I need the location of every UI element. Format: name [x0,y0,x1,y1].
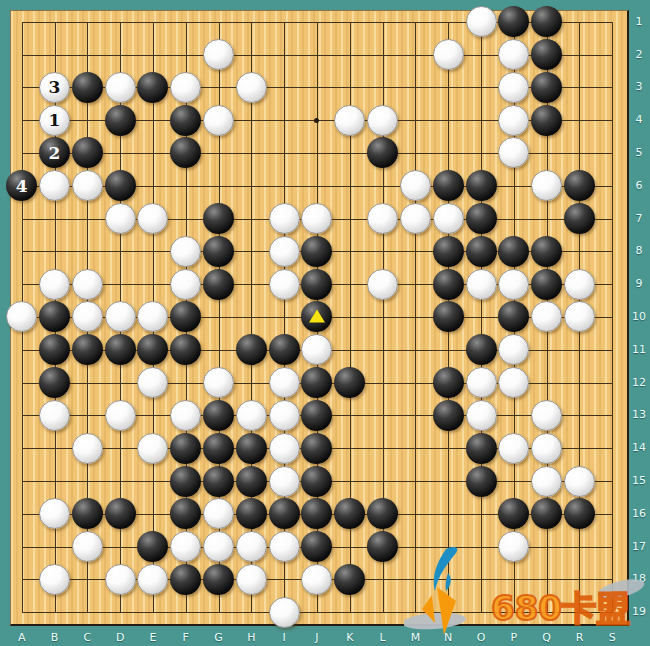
black-stone [433,400,464,431]
black-stone [466,433,497,464]
row-label: 2 [630,48,648,62]
black-stone [498,236,529,267]
column-label: L [375,631,391,645]
column-label: D [112,631,128,645]
white-stone [105,72,136,103]
triangle-marker [309,309,325,322]
black-stone [170,433,201,464]
white-stone [203,105,234,136]
black-stone [236,433,267,464]
white-stone [105,564,136,595]
grid-line-h [22,612,614,613]
white-stone [170,400,201,431]
column-label: B [47,631,63,645]
black-stone [72,334,103,365]
row-label: 1 [630,15,648,29]
black-stone [105,105,136,136]
black-stone [236,466,267,497]
white-stone [170,72,201,103]
black-stone [203,400,234,431]
black-stone [203,203,234,234]
white-stone [269,466,300,497]
white-stone [203,531,234,562]
white-stone [498,105,529,136]
white-stone [39,564,70,595]
row-label: 14 [630,441,648,455]
row-label: 8 [630,244,648,258]
column-label: J [309,631,325,645]
white-stone [236,564,267,595]
white-stone [564,269,595,300]
row-label: 6 [630,179,648,193]
black-stone [531,39,562,70]
white-stone: 1 [39,105,70,136]
column-label: R [571,631,587,645]
black-stone [564,170,595,201]
white-stone [39,400,70,431]
black-stone [170,564,201,595]
column-label: A [14,631,30,645]
white-stone [236,400,267,431]
column-label: C [79,631,95,645]
white-stone [531,466,562,497]
white-stone [236,531,267,562]
white-stone: 3 [39,72,70,103]
white-stone [72,170,103,201]
black-stone [466,334,497,365]
row-label: 5 [630,146,648,160]
black-stone [433,170,464,201]
white-stone [498,72,529,103]
black-stone [236,498,267,529]
white-stone [433,39,464,70]
black-stone [203,466,234,497]
black-stone [203,564,234,595]
white-stone [531,400,562,431]
column-label: Q [539,631,555,645]
white-stone [433,203,464,234]
black-stone [269,498,300,529]
black-stone [433,236,464,267]
row-label: 10 [630,310,648,324]
white-stone [531,433,562,464]
white-stone [269,203,300,234]
black-stone [466,236,497,267]
black-stone [564,203,595,234]
white-stone [498,433,529,464]
white-stone [269,531,300,562]
black-stone [203,269,234,300]
white-stone [269,400,300,431]
black-stone [72,72,103,103]
white-stone [466,367,497,398]
column-label: N [440,631,456,645]
white-stone [137,433,168,464]
row-label: 16 [630,507,648,521]
white-stone [269,433,300,464]
column-label: G [211,631,227,645]
black-stone [531,269,562,300]
black-stone [203,236,234,267]
black-stone [433,269,464,300]
black-stone [170,105,201,136]
grid-line-v [612,22,613,614]
row-label: 18 [630,572,648,586]
white-stone [367,105,398,136]
row-label: 15 [630,474,648,488]
black-stone [301,433,332,464]
row-label: 19 [630,605,648,619]
black-stone [72,498,103,529]
black-stone [105,170,136,201]
black-stone [269,334,300,365]
row-label: 3 [630,80,648,94]
black-stone [531,236,562,267]
white-stone [105,203,136,234]
column-label: M [407,631,423,645]
white-stone [466,269,497,300]
black-stone [531,72,562,103]
white-stone [203,39,234,70]
black-stone [203,433,234,464]
white-stone [39,269,70,300]
white-stone [72,269,103,300]
white-stone [269,236,300,267]
row-label: 9 [630,277,648,291]
grid-line-v [415,22,416,614]
black-stone [105,334,136,365]
black-stone [531,105,562,136]
white-stone [105,400,136,431]
black-stone [301,269,332,300]
white-stone [170,269,201,300]
row-label: 11 [630,343,648,357]
white-stone [564,466,595,497]
black-stone [39,367,70,398]
row-label: 12 [630,376,648,390]
column-label: S [604,631,620,645]
black-stone [301,466,332,497]
black-stone [433,301,464,332]
white-stone [400,203,431,234]
white-stone [72,531,103,562]
column-label: I [276,631,292,645]
black-stone [170,466,201,497]
white-stone [334,105,365,136]
white-stone [105,301,136,332]
black-stone [466,466,497,497]
black-stone [105,498,136,529]
grid-line-v [481,22,482,614]
column-label: H [243,631,259,645]
go-app-frame: ABCDEFGHIJKLMNOPQRS123456789101112131415… [0,0,650,646]
white-stone [269,269,300,300]
white-stone [367,203,398,234]
white-stone [236,72,267,103]
white-stone [269,367,300,398]
column-label: F [178,631,194,645]
row-label: 7 [630,212,648,226]
white-stone [466,6,497,37]
white-stone [269,597,300,628]
black-stone [466,170,497,201]
move-number-label: 3 [40,73,69,102]
white-stone [466,400,497,431]
row-label: 13 [630,408,648,422]
column-label: E [145,631,161,645]
black-stone [433,367,464,398]
black-stone [466,203,497,234]
row-label: 17 [630,540,648,554]
white-stone [72,433,103,464]
white-stone [498,269,529,300]
row-label: 4 [630,113,648,127]
move-number-label: 1 [40,106,69,135]
column-label: P [506,631,522,645]
column-label: O [473,631,489,645]
column-label: K [342,631,358,645]
white-stone [170,236,201,267]
white-stone [367,269,398,300]
white-stone [203,367,234,398]
black-stone [236,334,267,365]
white-stone [400,170,431,201]
